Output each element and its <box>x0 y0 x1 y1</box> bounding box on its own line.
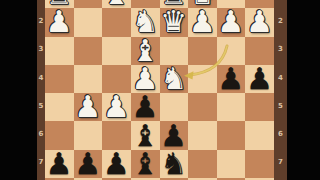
rank-label-right-4: 4 <box>274 74 287 83</box>
piece-bK-g8[interactable]: ♚ <box>74 178 101 180</box>
square-e8[interactable]: ♞ <box>131 178 160 180</box>
video-frame: ♜♝♜♚♟♞♛♟♟♟♝♟♞♟♟♟♟♟♝♟♟♟♟♝♞♚♜♞♛♜ 112233445… <box>0 0 320 180</box>
square-h7[interactable]: ♟ <box>45 150 74 178</box>
piece-wP-c2[interactable]: ♟ <box>189 8 216 36</box>
square-c4[interactable] <box>188 65 217 93</box>
piece-wP-h2[interactable]: ♟ <box>46 8 73 36</box>
rank-label-right-5: 5 <box>274 102 287 111</box>
rank-label-left-6: 6 <box>37 130 45 139</box>
square-b4[interactable]: ♟ <box>217 65 246 93</box>
rank-label-left-2: 2 <box>37 17 45 26</box>
square-d4[interactable]: ♞ <box>160 65 189 93</box>
square-f1[interactable]: ♝ <box>102 0 131 8</box>
square-b6[interactable] <box>217 121 246 149</box>
square-g8[interactable]: ♚ <box>74 178 103 180</box>
square-c6[interactable] <box>188 121 217 149</box>
piece-bP-a4[interactable]: ♟ <box>246 65 273 93</box>
piece-bP-b4[interactable]: ♟ <box>218 65 245 93</box>
square-b8[interactable] <box>217 178 246 180</box>
square-a4[interactable]: ♟ <box>245 65 274 93</box>
square-b7[interactable] <box>217 150 246 178</box>
piece-bQ-d8[interactable]: ♛ <box>160 178 187 180</box>
piece-wP-g5[interactable]: ♟ <box>74 93 101 121</box>
piece-wP-f5[interactable]: ♟ <box>103 93 130 121</box>
rank-label-right-3: 3 <box>274 45 287 54</box>
square-g2[interactable] <box>74 8 103 36</box>
square-c7[interactable] <box>188 150 217 178</box>
square-h5[interactable] <box>45 93 74 121</box>
square-f5[interactable]: ♟ <box>102 93 131 121</box>
square-h3[interactable] <box>45 37 74 65</box>
rank-label-left-4: 4 <box>37 74 45 83</box>
square-h4[interactable] <box>45 65 74 93</box>
square-f8[interactable]: ♜ <box>102 178 131 180</box>
square-c5[interactable] <box>188 93 217 121</box>
square-a6[interactable] <box>245 121 274 149</box>
square-g3[interactable] <box>74 37 103 65</box>
rank-label-right-6: 6 <box>274 130 287 139</box>
square-f3[interactable] <box>102 37 131 65</box>
rank-label-left-7: 7 <box>37 158 45 167</box>
letterbox-bar-left <box>0 0 37 180</box>
piece-bR-f8[interactable]: ♜ <box>103 178 130 180</box>
square-a2[interactable]: ♟ <box>245 8 274 36</box>
square-c2[interactable]: ♟ <box>188 8 217 36</box>
rank-label-right-2: 2 <box>274 17 287 26</box>
piece-wP-b2[interactable]: ♟ <box>218 8 245 36</box>
piece-wQ-d2[interactable]: ♛ <box>160 8 187 36</box>
piece-bN-e8[interactable]: ♞ <box>132 178 159 180</box>
square-c8[interactable] <box>188 178 217 180</box>
square-d2[interactable]: ♛ <box>160 8 189 36</box>
piece-bR-a8[interactable]: ♜ <box>246 178 273 180</box>
rank-label-right-7: 7 <box>274 158 287 167</box>
square-f2[interactable] <box>102 8 131 36</box>
square-d8[interactable]: ♛ <box>160 178 189 180</box>
square-g1[interactable] <box>74 0 103 8</box>
square-a5[interactable] <box>245 93 274 121</box>
piece-wN-d4[interactable]: ♞ <box>160 65 187 93</box>
board: ♜♝♜♚♟♞♛♟♟♟♝♟♞♟♟♟♟♟♝♟♟♟♟♝♞♚♜♞♛♜ <box>45 0 274 180</box>
square-h8[interactable] <box>45 178 74 180</box>
square-b5[interactable] <box>217 93 246 121</box>
square-g5[interactable]: ♟ <box>74 93 103 121</box>
board-frame: ♜♝♜♚♟♞♛♟♟♟♝♟♞♟♟♟♟♟♝♟♟♟♟♝♞♚♜♞♛♜ 112233445… <box>37 0 287 180</box>
piece-wB-f1[interactable]: ♝ <box>103 0 130 8</box>
square-h2[interactable]: ♟ <box>45 8 74 36</box>
square-b2[interactable]: ♟ <box>217 8 246 36</box>
square-a8[interactable]: ♜ <box>245 178 274 180</box>
letterbox-bar-right <box>287 0 320 180</box>
square-c3[interactable] <box>188 37 217 65</box>
rank-label-left-5: 5 <box>37 102 45 111</box>
piece-bP-h7[interactable]: ♟ <box>46 150 73 178</box>
rank-label-left-3: 3 <box>37 45 45 54</box>
piece-wP-a2[interactable]: ♟ <box>246 8 273 36</box>
